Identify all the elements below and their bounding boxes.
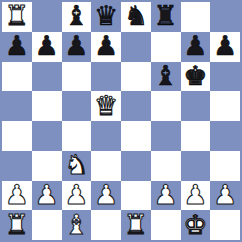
square-h1[interactable] — [210, 210, 240, 240]
chess-board-container: ♜♝♛♞♜♟♟♟♟♟♟♝♚♛♞♟♟♟♟♟♟♟♜♝♜♚ — [0, 0, 242, 242]
square-a6[interactable] — [2, 62, 32, 92]
square-e8[interactable]: ♞ — [121, 2, 151, 32]
square-d5[interactable]: ♛ — [91, 91, 121, 121]
square-e1[interactable]: ♜ — [121, 210, 151, 240]
black-bishop-piece[interactable]: ♝ — [64, 2, 88, 29]
black-rook-piece[interactable]: ♜ — [154, 2, 178, 29]
square-e6[interactable] — [121, 62, 151, 92]
square-b1[interactable] — [32, 210, 62, 240]
black-pawn-piece[interactable]: ♟ — [5, 32, 29, 59]
square-d8[interactable]: ♛ — [91, 2, 121, 32]
square-a8[interactable]: ♜ — [2, 2, 32, 32]
white-pawn-piece[interactable]: ♟ — [183, 181, 207, 208]
square-c6[interactable] — [62, 62, 92, 92]
square-a2[interactable]: ♟ — [2, 181, 32, 211]
square-c3[interactable]: ♞ — [62, 151, 92, 181]
white-rook-piece[interactable]: ♜ — [124, 211, 148, 238]
white-pawn-piece[interactable]: ♟ — [94, 181, 118, 208]
black-bishop-piece[interactable]: ♝ — [154, 62, 178, 89]
square-g1[interactable]: ♚ — [181, 210, 211, 240]
square-a3[interactable] — [2, 151, 32, 181]
square-g7[interactable]: ♟ — [181, 32, 211, 62]
square-b8[interactable] — [32, 2, 62, 32]
white-pawn-piece[interactable]: ♟ — [5, 181, 29, 208]
square-d3[interactable] — [91, 151, 121, 181]
square-f3[interactable] — [151, 151, 181, 181]
black-king-piece[interactable]: ♚ — [183, 62, 207, 89]
black-knight-piece[interactable]: ♞ — [124, 2, 148, 29]
square-e3[interactable] — [121, 151, 151, 181]
square-a5[interactable] — [2, 91, 32, 121]
square-c1[interactable]: ♝ — [62, 210, 92, 240]
square-h5[interactable] — [210, 91, 240, 121]
white-pawn-piece[interactable]: ♟ — [35, 181, 59, 208]
white-pawn-piece[interactable]: ♟ — [154, 181, 178, 208]
chess-board: ♜♝♛♞♜♟♟♟♟♟♟♝♚♛♞♟♟♟♟♟♟♟♜♝♜♚ — [0, 0, 242, 242]
square-d7[interactable]: ♟ — [91, 32, 121, 62]
square-b2[interactable]: ♟ — [32, 181, 62, 211]
black-pawn-piece[interactable]: ♟ — [64, 32, 88, 59]
white-pawn-piece[interactable]: ♟ — [213, 181, 237, 208]
white-pawn-piece[interactable]: ♟ — [64, 181, 88, 208]
square-f6[interactable]: ♝ — [151, 62, 181, 92]
white-bishop-piece[interactable]: ♝ — [64, 211, 88, 238]
square-c4[interactable] — [62, 121, 92, 151]
square-f7[interactable] — [151, 32, 181, 62]
square-g4[interactable] — [181, 121, 211, 151]
black-pawn-piece[interactable]: ♟ — [94, 32, 118, 59]
square-g6[interactable]: ♚ — [181, 62, 211, 92]
black-pawn-piece[interactable]: ♟ — [183, 32, 207, 59]
square-h3[interactable] — [210, 151, 240, 181]
square-f5[interactable] — [151, 91, 181, 121]
square-a7[interactable]: ♟ — [2, 32, 32, 62]
square-f2[interactable]: ♟ — [151, 181, 181, 211]
square-a4[interactable] — [2, 121, 32, 151]
white-rook-piece[interactable]: ♜ — [5, 211, 29, 238]
white-rook-piece[interactable]: ♜ — [5, 2, 29, 29]
black-pawn-piece[interactable]: ♟ — [213, 32, 237, 59]
square-e7[interactable] — [121, 32, 151, 62]
white-knight-piece[interactable]: ♞ — [64, 151, 88, 178]
square-d4[interactable] — [91, 121, 121, 151]
square-e5[interactable] — [121, 91, 151, 121]
square-c5[interactable] — [62, 91, 92, 121]
square-c2[interactable]: ♟ — [62, 181, 92, 211]
square-f4[interactable] — [151, 121, 181, 151]
white-queen-piece[interactable]: ♛ — [94, 92, 118, 119]
square-e2[interactable] — [121, 181, 151, 211]
square-b4[interactable] — [32, 121, 62, 151]
square-a1[interactable]: ♜ — [2, 210, 32, 240]
square-b6[interactable] — [32, 62, 62, 92]
black-queen-piece[interactable]: ♛ — [94, 2, 118, 29]
square-g5[interactable] — [181, 91, 211, 121]
white-king-piece[interactable]: ♚ — [183, 211, 207, 238]
black-pawn-piece[interactable]: ♟ — [35, 32, 59, 59]
square-h2[interactable]: ♟ — [210, 181, 240, 211]
square-g3[interactable] — [181, 151, 211, 181]
square-b5[interactable] — [32, 91, 62, 121]
square-b3[interactable] — [32, 151, 62, 181]
square-c8[interactable]: ♝ — [62, 2, 92, 32]
square-d2[interactable]: ♟ — [91, 181, 121, 211]
square-h4[interactable] — [210, 121, 240, 151]
square-g2[interactable]: ♟ — [181, 181, 211, 211]
square-f1[interactable] — [151, 210, 181, 240]
square-b7[interactable]: ♟ — [32, 32, 62, 62]
square-e4[interactable] — [121, 121, 151, 151]
square-h8[interactable] — [210, 2, 240, 32]
square-c7[interactable]: ♟ — [62, 32, 92, 62]
square-g8[interactable] — [181, 2, 211, 32]
square-d6[interactable] — [91, 62, 121, 92]
square-h6[interactable] — [210, 62, 240, 92]
square-h7[interactable]: ♟ — [210, 32, 240, 62]
square-f8[interactable]: ♜ — [151, 2, 181, 32]
square-d1[interactable] — [91, 210, 121, 240]
